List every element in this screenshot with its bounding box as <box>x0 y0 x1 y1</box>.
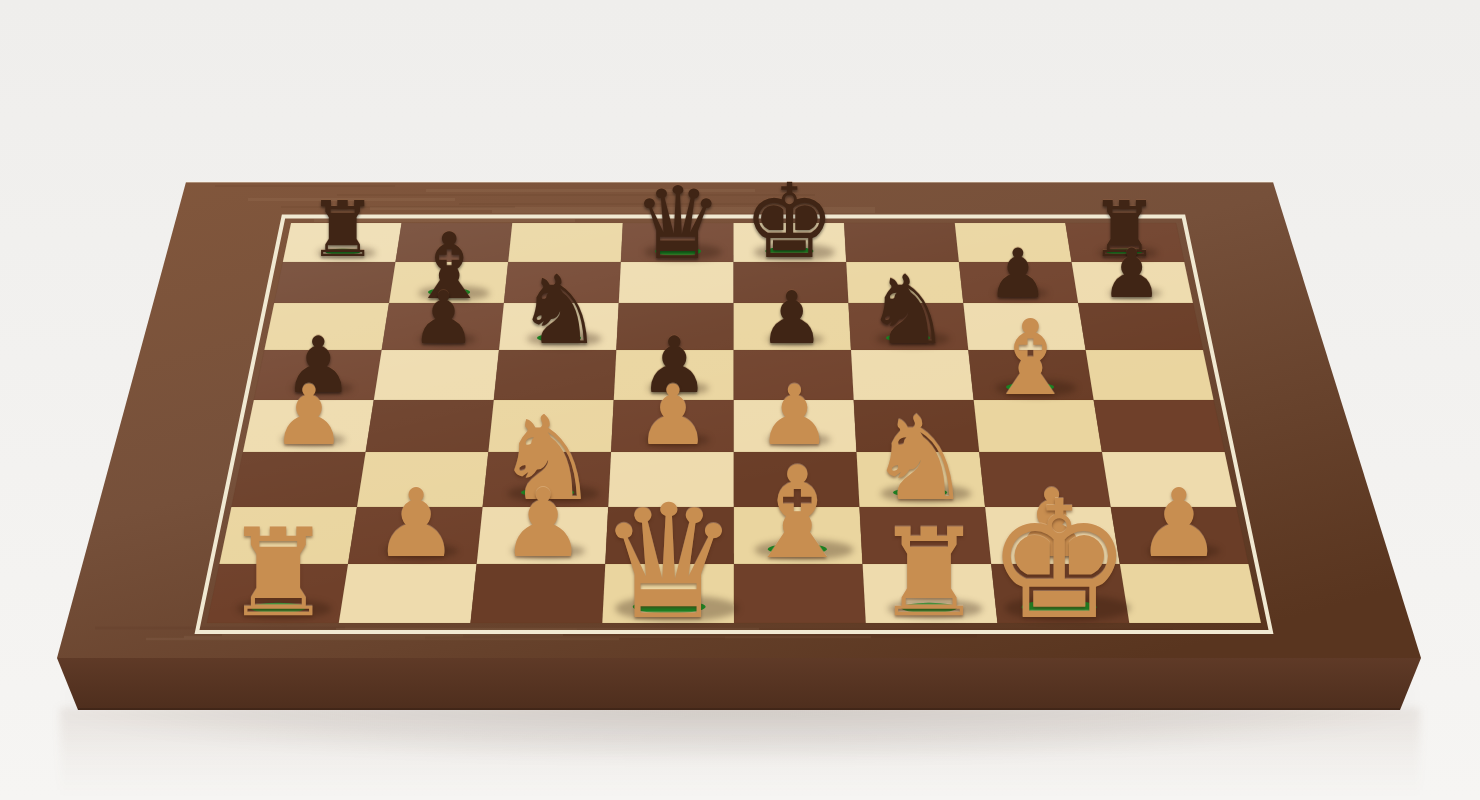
board-sheen-overlay <box>207 223 1261 623</box>
chessboard <box>0 0 1480 800</box>
board-slab-edge <box>57 658 1421 710</box>
chessboard-3d-render: ♜♛♚♜♝♟♟♟♞♟♞♟♟♝♟♟♟♞♞♟♟♝♟♟♜♛♜♚ <box>0 0 1480 800</box>
